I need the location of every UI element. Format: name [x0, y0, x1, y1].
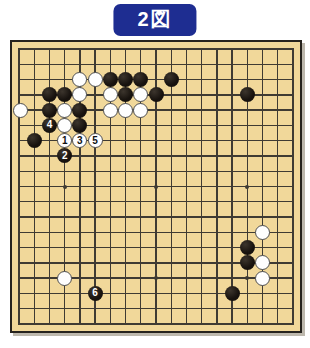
stone-black	[164, 72, 179, 87]
stone-black	[149, 87, 164, 102]
go-board-grid: 426135	[12, 42, 300, 331]
stone-white	[255, 271, 270, 286]
star-point	[154, 276, 158, 280]
grid-line-horizontal	[18, 308, 293, 309]
grid-line-horizontal	[18, 293, 293, 294]
stone-white	[88, 72, 103, 87]
stone-white	[57, 103, 72, 118]
stone-black	[27, 133, 42, 148]
grid-line-vertical	[292, 48, 293, 324]
stone-black-move-2: 2	[57, 148, 72, 163]
stone-white	[255, 255, 270, 270]
stone-black	[225, 286, 240, 301]
stone-black	[118, 72, 133, 87]
grid-line-horizontal	[18, 232, 293, 233]
stone-black	[72, 118, 87, 133]
grid-line-vertical	[201, 48, 202, 324]
go-board: 426135	[10, 40, 302, 333]
stone-white-move-3: 3	[72, 133, 87, 148]
grid-line-vertical	[231, 48, 232, 324]
stone-black	[240, 240, 255, 255]
star-point	[245, 276, 249, 280]
grid-line-vertical	[216, 48, 217, 324]
stone-white	[72, 72, 87, 87]
grid-line-horizontal	[18, 201, 293, 202]
star-point	[63, 185, 67, 189]
stone-white	[118, 103, 133, 118]
stone-white	[57, 271, 72, 286]
grid-line-vertical	[186, 48, 187, 324]
stone-white	[133, 87, 148, 102]
figure-title: 2図	[137, 8, 172, 30]
grid-line-horizontal	[18, 216, 293, 217]
stone-black	[42, 87, 57, 102]
grid-line-vertical	[171, 48, 172, 324]
stone-black	[103, 72, 118, 87]
star-point	[154, 185, 158, 189]
stone-white	[103, 87, 118, 102]
stone-white	[57, 118, 72, 133]
grid-line-horizontal	[18, 323, 293, 324]
grid-line-vertical	[277, 48, 278, 324]
stone-white-move-5: 5	[88, 133, 103, 148]
stone-white	[255, 225, 270, 240]
stone-black	[42, 103, 57, 118]
stone-black	[240, 255, 255, 270]
stone-white	[13, 103, 28, 118]
figure-title-badge: 2図	[113, 4, 196, 36]
stone-white-move-1: 1	[57, 133, 72, 148]
stone-black-move-6: 6	[88, 286, 103, 301]
stone-white	[103, 103, 118, 118]
star-point	[245, 185, 249, 189]
stone-black	[133, 72, 148, 87]
stone-white	[72, 87, 87, 102]
stone-white	[133, 103, 148, 118]
stone-black	[57, 87, 72, 102]
stone-black	[118, 87, 133, 102]
stone-black-move-4: 4	[42, 118, 57, 133]
stone-black	[72, 103, 87, 118]
stone-black	[240, 87, 255, 102]
